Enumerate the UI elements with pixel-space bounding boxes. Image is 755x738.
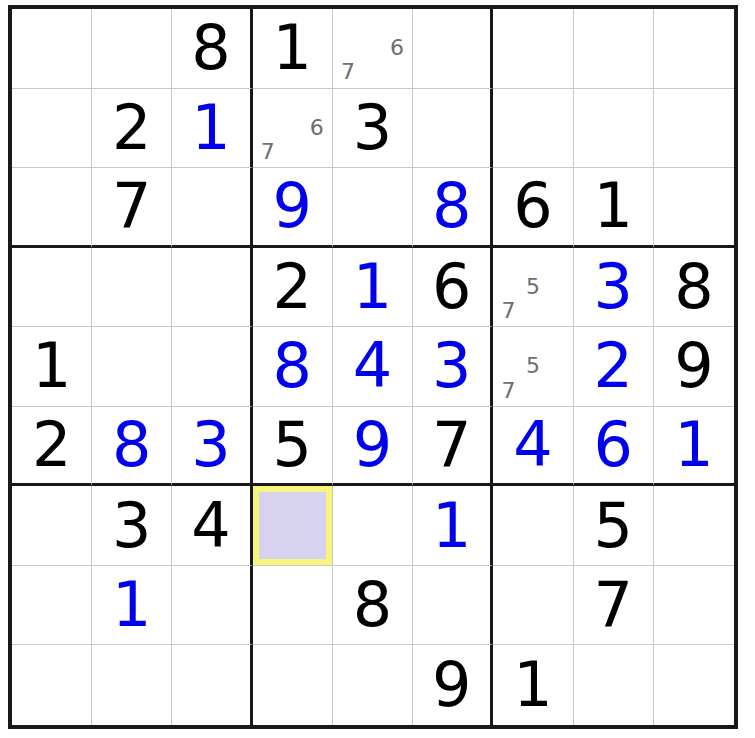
cell-value: 4 xyxy=(353,335,392,397)
cell-value: 8 xyxy=(432,175,471,237)
cell-r9c4[interactable] xyxy=(253,645,333,725)
cell-r5c4[interactable]: 8 xyxy=(253,327,333,407)
pencil-marks: 67 xyxy=(336,12,409,85)
cell-value: 7 xyxy=(432,414,471,476)
pencil-mark-5: 5 xyxy=(521,275,545,299)
cell-r7c3[interactable]: 4 xyxy=(172,486,252,566)
cell-value: 6 xyxy=(432,256,471,318)
cell-r3c2[interactable]: 7 xyxy=(92,168,172,248)
cell-r7c4[interactable] xyxy=(253,486,333,566)
cell-value: 5 xyxy=(593,495,632,557)
cell-r1c2[interactable] xyxy=(92,9,172,89)
cell-r4c4[interactable]: 2 xyxy=(253,248,333,328)
cell-r1c8[interactable] xyxy=(574,9,654,89)
cell-r4c9[interactable]: 8 xyxy=(654,248,734,328)
sudoku-board: 8167216737986121657381843572928359746134… xyxy=(8,5,738,729)
cell-r2c5[interactable]: 3 xyxy=(333,89,413,169)
cell-r9c6[interactable]: 9 xyxy=(413,645,493,725)
cell-value: 1 xyxy=(593,175,632,237)
cell-r8c5[interactable]: 8 xyxy=(333,566,413,646)
cell-r6c8[interactable]: 6 xyxy=(574,407,654,487)
cell-r2c6[interactable] xyxy=(413,89,493,169)
cell-r7c7[interactable] xyxy=(493,486,573,566)
cell-r9c2[interactable] xyxy=(92,645,172,725)
pencil-mark-6: 6 xyxy=(304,116,328,140)
pencil-mark-7: 7 xyxy=(336,60,360,84)
cell-value: 1 xyxy=(674,414,713,476)
cell-r6c3[interactable]: 3 xyxy=(172,407,252,487)
cell-r4c5[interactable]: 1 xyxy=(333,248,413,328)
cell-value: 3 xyxy=(191,414,230,476)
cell-value: 8 xyxy=(353,574,392,636)
cell-value: 6 xyxy=(513,175,552,237)
pencil-mark-5: 5 xyxy=(521,354,545,378)
cell-r1c6[interactable] xyxy=(413,9,493,89)
cell-r6c4[interactable]: 5 xyxy=(253,407,333,487)
cell-r3c8[interactable]: 1 xyxy=(574,168,654,248)
cell-r5c6[interactable]: 3 xyxy=(413,327,493,407)
cell-value: 1 xyxy=(273,17,312,79)
cell-value: 8 xyxy=(674,256,713,318)
cell-value: 2 xyxy=(32,414,71,476)
cell-value: 3 xyxy=(353,97,392,159)
cell-r5c9[interactable]: 9 xyxy=(654,327,734,407)
cell-r6c9[interactable]: 1 xyxy=(654,407,734,487)
cell-value: 4 xyxy=(513,414,552,476)
cell-r4c8[interactable]: 3 xyxy=(574,248,654,328)
cell-r6c7[interactable]: 4 xyxy=(493,407,573,487)
cell-value: 9 xyxy=(273,175,312,237)
pencil-mark-7: 7 xyxy=(256,140,280,164)
cell-r3c7[interactable]: 6 xyxy=(493,168,573,248)
cell-r1c3[interactable]: 8 xyxy=(172,9,252,89)
cell-value: 2 xyxy=(273,256,312,318)
cell-value: 1 xyxy=(513,654,552,716)
cell-r7c2[interactable]: 3 xyxy=(92,486,172,566)
cell-r1c4[interactable]: 1 xyxy=(253,9,333,89)
cell-r5c5[interactable]: 4 xyxy=(333,327,413,407)
pencil-mark-7: 7 xyxy=(496,299,520,323)
cell-r4c1[interactable] xyxy=(12,248,92,328)
cell-value: 9 xyxy=(432,654,471,716)
cell-value: 2 xyxy=(112,97,151,159)
cell-value: 7 xyxy=(112,175,151,237)
cell-r2c9[interactable] xyxy=(654,89,734,169)
cell-r2c4[interactable]: 67 xyxy=(253,89,333,169)
cell-r3c5[interactable] xyxy=(333,168,413,248)
pencil-mark-6: 6 xyxy=(385,36,409,60)
cell-r4c7[interactable]: 57 xyxy=(493,248,573,328)
cell-r1c1[interactable] xyxy=(12,9,92,89)
cell-value: 8 xyxy=(273,335,312,397)
cell-r2c8[interactable] xyxy=(574,89,654,169)
cell-value: 9 xyxy=(353,414,392,476)
cell-r2c2[interactable]: 2 xyxy=(92,89,172,169)
cell-r7c8[interactable]: 5 xyxy=(574,486,654,566)
cell-r8c8[interactable]: 7 xyxy=(574,566,654,646)
cell-r6c6[interactable]: 7 xyxy=(413,407,493,487)
cell-r6c2[interactable]: 8 xyxy=(92,407,172,487)
cell-r2c7[interactable] xyxy=(493,89,573,169)
cell-r3c6[interactable]: 8 xyxy=(413,168,493,248)
cell-r2c3[interactable]: 1 xyxy=(172,89,252,169)
cell-r5c8[interactable]: 2 xyxy=(574,327,654,407)
cell-r8c6[interactable] xyxy=(413,566,493,646)
cell-r7c9[interactable] xyxy=(654,486,734,566)
cell-r8c2[interactable]: 1 xyxy=(92,566,172,646)
pencil-marks: 67 xyxy=(256,92,329,165)
cell-r8c3[interactable] xyxy=(172,566,252,646)
cell-r7c1[interactable] xyxy=(12,486,92,566)
cell-r8c1[interactable] xyxy=(12,566,92,646)
cell-r1c7[interactable] xyxy=(493,9,573,89)
cell-r8c9[interactable] xyxy=(654,566,734,646)
cell-r9c1[interactable] xyxy=(12,645,92,725)
cell-value: 8 xyxy=(112,414,151,476)
pencil-marks: 57 xyxy=(496,251,569,324)
cell-r4c3[interactable] xyxy=(172,248,252,328)
cell-r2c1[interactable] xyxy=(12,89,92,169)
cell-r9c9[interactable] xyxy=(654,645,734,725)
cell-value: 3 xyxy=(112,495,151,557)
cell-r5c3[interactable] xyxy=(172,327,252,407)
cell-value: 9 xyxy=(674,335,713,397)
pencil-mark-7: 7 xyxy=(496,379,520,403)
cell-value: 6 xyxy=(593,414,632,476)
cell-value: 5 xyxy=(273,414,312,476)
cell-value: 3 xyxy=(593,256,632,318)
cell-r9c8[interactable] xyxy=(574,645,654,725)
cell-r1c9[interactable] xyxy=(654,9,734,89)
cell-value: 3 xyxy=(432,335,471,397)
cell-r9c7[interactable]: 1 xyxy=(493,645,573,725)
cell-r4c6[interactable]: 6 xyxy=(413,248,493,328)
pencil-marks: 57 xyxy=(496,330,569,403)
cell-value: 7 xyxy=(593,574,632,636)
cell-value: 2 xyxy=(593,335,632,397)
cell-value: 8 xyxy=(191,17,230,79)
cell-r7c6[interactable]: 1 xyxy=(413,486,493,566)
cell-r5c2[interactable] xyxy=(92,327,172,407)
cell-r6c5[interactable]: 9 xyxy=(333,407,413,487)
cell-value: 1 xyxy=(32,335,71,397)
cell-r7c5[interactable] xyxy=(333,486,413,566)
cell-r9c5[interactable] xyxy=(333,645,413,725)
cell-r1c5[interactable]: 67 xyxy=(333,9,413,89)
cell-r3c9[interactable] xyxy=(654,168,734,248)
cell-r5c7[interactable]: 57 xyxy=(493,327,573,407)
cell-r6c1[interactable]: 2 xyxy=(12,407,92,487)
cell-r4c2[interactable] xyxy=(92,248,172,328)
cell-r3c1[interactable] xyxy=(12,168,92,248)
cell-r3c3[interactable] xyxy=(172,168,252,248)
cell-r8c7[interactable] xyxy=(493,566,573,646)
cell-value: 1 xyxy=(353,256,392,318)
cell-value: 1 xyxy=(432,495,471,557)
cell-r8c4[interactable] xyxy=(253,566,333,646)
cell-r3c4[interactable]: 9 xyxy=(253,168,333,248)
cell-value: 4 xyxy=(191,495,230,557)
cell-r5c1[interactable]: 1 xyxy=(12,327,92,407)
cell-value: 1 xyxy=(191,97,230,159)
cell-value: 1 xyxy=(112,574,151,636)
cell-r9c3[interactable] xyxy=(172,645,252,725)
